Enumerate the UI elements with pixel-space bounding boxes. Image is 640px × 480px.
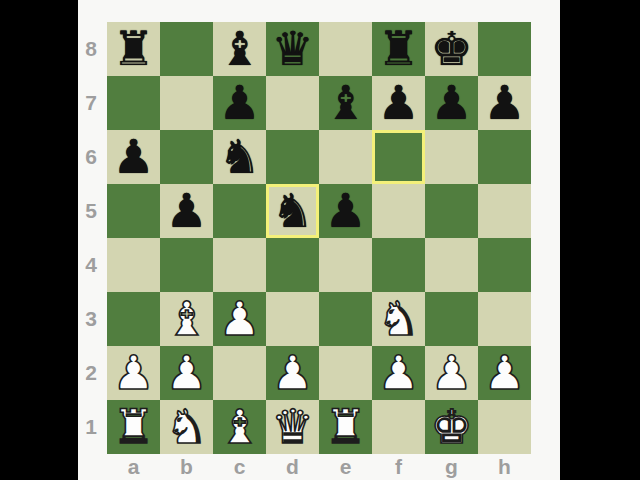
black-pawn[interactable]: ♟ <box>112 130 154 184</box>
square-b8[interactable] <box>160 22 213 76</box>
white-pawn[interactable]: ♟ <box>377 346 419 400</box>
square-d2[interactable]: ♟ <box>266 346 319 400</box>
square-h5[interactable] <box>478 184 531 238</box>
square-f4[interactable] <box>372 238 425 292</box>
square-e1[interactable]: ♜ <box>319 400 372 454</box>
black-pawn[interactable]: ♟ <box>324 184 366 238</box>
file-label-b: b <box>160 454 213 480</box>
white-bishop[interactable]: ♝ <box>165 292 207 346</box>
letterbox-left <box>0 0 78 480</box>
square-c1[interactable]: ♝ <box>213 400 266 454</box>
square-f3[interactable]: ♞ <box>372 292 425 346</box>
file-label-a: a <box>107 454 160 480</box>
square-e2[interactable] <box>319 346 372 400</box>
square-h6[interactable] <box>478 130 531 184</box>
square-d1[interactable]: ♛ <box>266 400 319 454</box>
square-b2[interactable]: ♟ <box>160 346 213 400</box>
square-f6[interactable] <box>372 130 425 184</box>
rank-label-8: 8 <box>78 22 104 76</box>
black-rook[interactable]: ♜ <box>112 22 154 76</box>
square-e8[interactable] <box>319 22 372 76</box>
black-knight[interactable]: ♞ <box>218 130 260 184</box>
white-pawn[interactable]: ♟ <box>165 346 207 400</box>
square-c6[interactable]: ♞ <box>213 130 266 184</box>
video-frame: 87654321 ♜♝♛♜♚♟♝♟♟♟♟♞♟♞♟♝♟♞♟♟♟♟♟♟♜♞♝♛♜♚ … <box>0 0 640 480</box>
square-a4[interactable] <box>107 238 160 292</box>
white-rook[interactable]: ♜ <box>324 400 366 454</box>
black-pawn[interactable]: ♟ <box>483 76 525 130</box>
square-h1[interactable] <box>478 400 531 454</box>
white-king[interactable]: ♚ <box>430 400 472 454</box>
square-a5[interactable] <box>107 184 160 238</box>
square-h4[interactable] <box>478 238 531 292</box>
file-label-g: g <box>425 454 478 480</box>
rank-label-2: 2 <box>78 346 104 400</box>
square-d3[interactable] <box>266 292 319 346</box>
square-b6[interactable] <box>160 130 213 184</box>
square-e7[interactable]: ♝ <box>319 76 372 130</box>
square-c8[interactable]: ♝ <box>213 22 266 76</box>
square-d6[interactable] <box>266 130 319 184</box>
black-pawn[interactable]: ♟ <box>218 76 260 130</box>
white-pawn[interactable]: ♟ <box>430 346 472 400</box>
black-bishop[interactable]: ♝ <box>218 22 260 76</box>
square-f8[interactable]: ♜ <box>372 22 425 76</box>
chess-board: ♜♝♛♜♚♟♝♟♟♟♟♞♟♞♟♝♟♞♟♟♟♟♟♟♜♞♝♛♜♚ <box>107 22 531 454</box>
rank-label-5: 5 <box>78 184 104 238</box>
rank-label-3: 3 <box>78 292 104 346</box>
letterbox-right <box>560 0 640 480</box>
white-pawn[interactable]: ♟ <box>483 346 525 400</box>
square-h7[interactable]: ♟ <box>478 76 531 130</box>
square-h8[interactable] <box>478 22 531 76</box>
rank-labels: 87654321 <box>78 22 104 454</box>
rank-label-1: 1 <box>78 400 104 454</box>
rank-label-6: 6 <box>78 130 104 184</box>
square-h2[interactable]: ♟ <box>478 346 531 400</box>
file-label-c: c <box>213 454 266 480</box>
white-queen[interactable]: ♛ <box>271 400 313 454</box>
white-knight[interactable]: ♞ <box>377 292 419 346</box>
square-g6[interactable] <box>425 130 478 184</box>
file-label-h: h <box>478 454 531 480</box>
square-b3[interactable]: ♝ <box>160 292 213 346</box>
square-c4[interactable] <box>213 238 266 292</box>
square-a1[interactable]: ♜ <box>107 400 160 454</box>
file-labels: abcdefgh <box>107 454 531 480</box>
square-c3[interactable]: ♟ <box>213 292 266 346</box>
black-queen[interactable]: ♛ <box>271 22 313 76</box>
square-g4[interactable] <box>425 238 478 292</box>
square-a6[interactable]: ♟ <box>107 130 160 184</box>
file-label-d: d <box>266 454 319 480</box>
square-g8[interactable]: ♚ <box>425 22 478 76</box>
white-pawn[interactable]: ♟ <box>271 346 313 400</box>
white-pawn[interactable]: ♟ <box>218 292 260 346</box>
square-d4[interactable] <box>266 238 319 292</box>
square-g5[interactable] <box>425 184 478 238</box>
square-b7[interactable] <box>160 76 213 130</box>
square-b4[interactable] <box>160 238 213 292</box>
black-pawn[interactable]: ♟ <box>377 76 419 130</box>
square-f1[interactable] <box>372 400 425 454</box>
black-pawn[interactable]: ♟ <box>165 184 207 238</box>
square-f2[interactable]: ♟ <box>372 346 425 400</box>
square-g1[interactable]: ♚ <box>425 400 478 454</box>
square-d7[interactable] <box>266 76 319 130</box>
white-knight[interactable]: ♞ <box>165 400 207 454</box>
black-king[interactable]: ♚ <box>430 22 472 76</box>
square-a3[interactable] <box>107 292 160 346</box>
square-c7[interactable]: ♟ <box>213 76 266 130</box>
square-h3[interactable] <box>478 292 531 346</box>
black-pawn[interactable]: ♟ <box>430 76 472 130</box>
square-a7[interactable] <box>107 76 160 130</box>
square-d8[interactable]: ♛ <box>266 22 319 76</box>
square-c2[interactable] <box>213 346 266 400</box>
square-b1[interactable]: ♞ <box>160 400 213 454</box>
square-g2[interactable]: ♟ <box>425 346 478 400</box>
square-a2[interactable]: ♟ <box>107 346 160 400</box>
white-pawn[interactable]: ♟ <box>112 346 154 400</box>
black-knight[interactable]: ♞ <box>271 184 313 238</box>
file-label-f: f <box>372 454 425 480</box>
square-e6[interactable] <box>319 130 372 184</box>
square-e5[interactable]: ♟ <box>319 184 372 238</box>
white-bishop[interactable]: ♝ <box>218 400 260 454</box>
square-f5[interactable] <box>372 184 425 238</box>
black-bishop[interactable]: ♝ <box>324 76 366 130</box>
square-b5[interactable]: ♟ <box>160 184 213 238</box>
square-d5[interactable]: ♞ <box>266 184 319 238</box>
square-f7[interactable]: ♟ <box>372 76 425 130</box>
square-e4[interactable] <box>319 238 372 292</box>
rank-label-7: 7 <box>78 76 104 130</box>
square-g7[interactable]: ♟ <box>425 76 478 130</box>
square-c5[interactable] <box>213 184 266 238</box>
white-rook[interactable]: ♜ <box>112 400 154 454</box>
file-label-e: e <box>319 454 372 480</box>
square-e3[interactable] <box>319 292 372 346</box>
rank-label-4: 4 <box>78 238 104 292</box>
black-rook[interactable]: ♜ <box>377 22 419 76</box>
square-g3[interactable] <box>425 292 478 346</box>
square-a8[interactable]: ♜ <box>107 22 160 76</box>
